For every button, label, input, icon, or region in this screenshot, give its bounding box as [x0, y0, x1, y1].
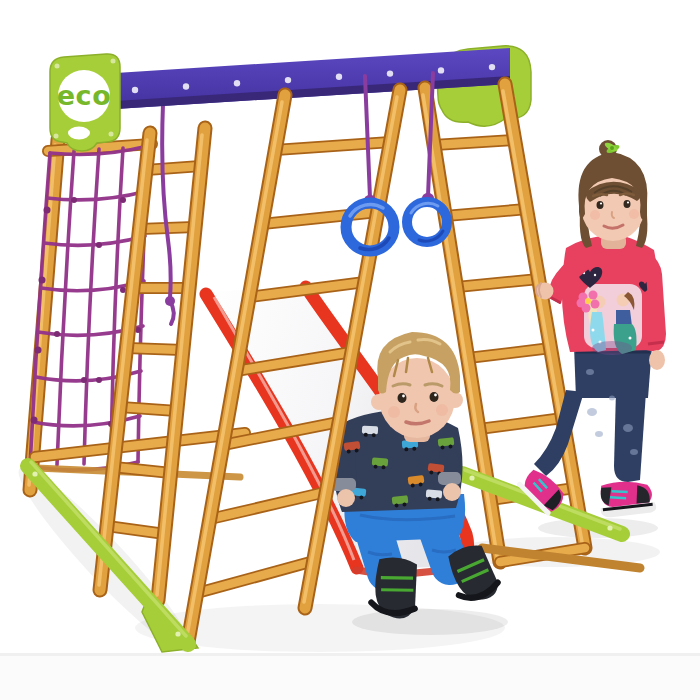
floor-wall-line: [0, 653, 700, 656]
eco-logo-panel: eco: [50, 54, 120, 151]
boy-right-hand: [443, 483, 461, 501]
boy-left-hand: [337, 489, 355, 507]
photo-children-play-gym: eco: [0, 0, 700, 700]
girl-left-hand: [649, 350, 665, 370]
scene: eco: [0, 0, 700, 700]
eco-logo-text: eco: [57, 80, 111, 111]
